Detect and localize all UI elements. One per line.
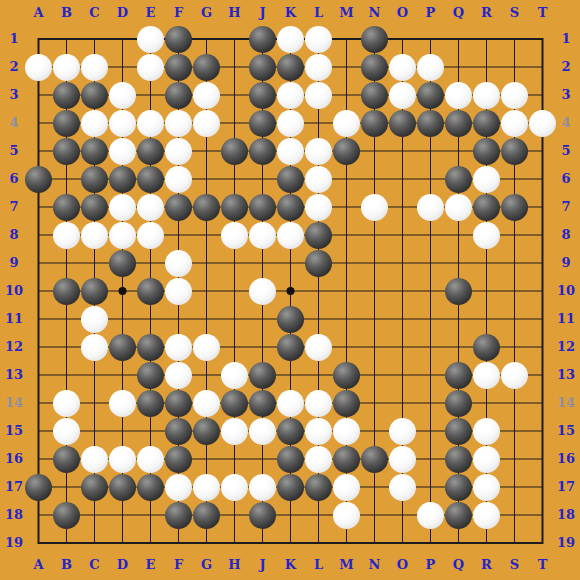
intersection-H12[interactable] <box>221 333 249 361</box>
intersection-R19[interactable] <box>473 529 501 557</box>
intersection-J3[interactable] <box>249 81 277 109</box>
intersection-L11[interactable] <box>305 305 333 333</box>
intersection-N8[interactable] <box>361 221 389 249</box>
intersection-F11[interactable] <box>165 305 193 333</box>
intersection-F2[interactable] <box>165 53 193 81</box>
intersection-A9[interactable] <box>25 249 53 277</box>
intersection-M1[interactable] <box>333 25 361 53</box>
intersection-R11[interactable] <box>473 305 501 333</box>
intersection-E5[interactable] <box>137 137 165 165</box>
intersection-E16[interactable] <box>137 445 165 473</box>
intersection-T1[interactable] <box>529 25 557 53</box>
intersection-Q17[interactable] <box>445 473 473 501</box>
intersection-G15[interactable] <box>193 417 221 445</box>
intersection-J9[interactable] <box>249 249 277 277</box>
intersection-D8[interactable] <box>109 221 137 249</box>
intersection-M19[interactable] <box>333 529 361 557</box>
intersection-B15[interactable] <box>53 417 81 445</box>
intersection-R5[interactable] <box>473 137 501 165</box>
intersection-P3[interactable] <box>417 81 445 109</box>
intersection-M11[interactable] <box>333 305 361 333</box>
intersection-Q19[interactable] <box>445 529 473 557</box>
intersection-A17[interactable] <box>25 473 53 501</box>
intersection-D5[interactable] <box>109 137 137 165</box>
intersection-E13[interactable] <box>137 361 165 389</box>
intersection-G2[interactable] <box>193 53 221 81</box>
intersection-F12[interactable] <box>165 333 193 361</box>
intersection-A2[interactable] <box>25 53 53 81</box>
intersection-L15[interactable] <box>305 417 333 445</box>
intersection-O16[interactable] <box>389 445 417 473</box>
intersection-K1[interactable] <box>277 25 305 53</box>
intersection-A5[interactable] <box>25 137 53 165</box>
intersection-D11[interactable] <box>109 305 137 333</box>
intersection-H11[interactable] <box>221 305 249 333</box>
intersection-T12[interactable] <box>529 333 557 361</box>
intersection-L9[interactable] <box>305 249 333 277</box>
intersection-S1[interactable] <box>501 25 529 53</box>
intersection-M14[interactable] <box>333 389 361 417</box>
intersection-J14[interactable] <box>249 389 277 417</box>
intersection-F3[interactable] <box>165 81 193 109</box>
intersection-J12[interactable] <box>249 333 277 361</box>
intersection-T18[interactable] <box>529 501 557 529</box>
intersection-M12[interactable] <box>333 333 361 361</box>
intersection-C13[interactable] <box>81 361 109 389</box>
intersection-K13[interactable] <box>277 361 305 389</box>
intersection-P7[interactable] <box>417 193 445 221</box>
intersection-J2[interactable] <box>249 53 277 81</box>
intersection-T10[interactable] <box>529 277 557 305</box>
intersection-E2[interactable] <box>137 53 165 81</box>
intersection-R1[interactable] <box>473 25 501 53</box>
intersection-A7[interactable] <box>25 193 53 221</box>
intersection-K5[interactable] <box>277 137 305 165</box>
intersection-S15[interactable] <box>501 417 529 445</box>
intersection-R10[interactable] <box>473 277 501 305</box>
intersection-J8[interactable] <box>249 221 277 249</box>
intersection-F19[interactable] <box>165 529 193 557</box>
intersection-B7[interactable] <box>53 193 81 221</box>
intersection-N10[interactable] <box>361 277 389 305</box>
intersection-Q15[interactable] <box>445 417 473 445</box>
intersection-H9[interactable] <box>221 249 249 277</box>
intersection-E11[interactable] <box>137 305 165 333</box>
intersection-G3[interactable] <box>193 81 221 109</box>
intersection-B9[interactable] <box>53 249 81 277</box>
intersection-O5[interactable] <box>389 137 417 165</box>
intersection-R12[interactable] <box>473 333 501 361</box>
intersection-E9[interactable] <box>137 249 165 277</box>
intersection-E6[interactable] <box>137 165 165 193</box>
intersection-B5[interactable] <box>53 137 81 165</box>
intersection-Q5[interactable] <box>445 137 473 165</box>
intersection-K2[interactable] <box>277 53 305 81</box>
intersection-D9[interactable] <box>109 249 137 277</box>
intersection-M16[interactable] <box>333 445 361 473</box>
intersection-N3[interactable] <box>361 81 389 109</box>
intersection-L8[interactable] <box>305 221 333 249</box>
intersection-P16[interactable] <box>417 445 445 473</box>
intersection-K6[interactable] <box>277 165 305 193</box>
intersection-R7[interactable] <box>473 193 501 221</box>
intersection-A1[interactable] <box>25 25 53 53</box>
intersection-K7[interactable] <box>277 193 305 221</box>
intersection-P18[interactable] <box>417 501 445 529</box>
intersection-L5[interactable] <box>305 137 333 165</box>
intersection-H13[interactable] <box>221 361 249 389</box>
intersection-O15[interactable] <box>389 417 417 445</box>
intersection-G19[interactable] <box>193 529 221 557</box>
intersection-C2[interactable] <box>81 53 109 81</box>
intersection-J1[interactable] <box>249 25 277 53</box>
intersection-J10[interactable] <box>249 277 277 305</box>
intersection-B6[interactable] <box>53 165 81 193</box>
intersection-G17[interactable] <box>193 473 221 501</box>
intersection-J11[interactable] <box>249 305 277 333</box>
intersection-A8[interactable] <box>25 221 53 249</box>
intersection-F16[interactable] <box>165 445 193 473</box>
intersection-J7[interactable] <box>249 193 277 221</box>
intersection-A19[interactable] <box>25 529 53 557</box>
intersection-P19[interactable] <box>417 529 445 557</box>
intersection-G5[interactable] <box>193 137 221 165</box>
intersection-J17[interactable] <box>249 473 277 501</box>
intersection-P8[interactable] <box>417 221 445 249</box>
intersection-L2[interactable] <box>305 53 333 81</box>
intersection-A3[interactable] <box>25 81 53 109</box>
intersection-C18[interactable] <box>81 501 109 529</box>
intersection-E17[interactable] <box>137 473 165 501</box>
intersection-T4[interactable] <box>529 109 557 137</box>
intersection-F8[interactable] <box>165 221 193 249</box>
intersection-R6[interactable] <box>473 165 501 193</box>
intersection-N13[interactable] <box>361 361 389 389</box>
intersection-M3[interactable] <box>333 81 361 109</box>
intersection-M18[interactable] <box>333 501 361 529</box>
intersection-O8[interactable] <box>389 221 417 249</box>
intersection-B19[interactable] <box>53 529 81 557</box>
intersection-L13[interactable] <box>305 361 333 389</box>
intersection-S3[interactable] <box>501 81 529 109</box>
intersection-L10[interactable] <box>305 277 333 305</box>
intersection-J15[interactable] <box>249 417 277 445</box>
intersection-P5[interactable] <box>417 137 445 165</box>
intersection-M10[interactable] <box>333 277 361 305</box>
intersection-H15[interactable] <box>221 417 249 445</box>
intersection-N2[interactable] <box>361 53 389 81</box>
intersection-E19[interactable] <box>137 529 165 557</box>
intersection-O19[interactable] <box>389 529 417 557</box>
intersection-N19[interactable] <box>361 529 389 557</box>
intersection-O6[interactable] <box>389 165 417 193</box>
intersection-B14[interactable] <box>53 389 81 417</box>
intersection-N6[interactable] <box>361 165 389 193</box>
intersection-C5[interactable] <box>81 137 109 165</box>
intersection-F7[interactable] <box>165 193 193 221</box>
intersection-K15[interactable] <box>277 417 305 445</box>
intersection-G4[interactable] <box>193 109 221 137</box>
intersection-Q9[interactable] <box>445 249 473 277</box>
intersection-A13[interactable] <box>25 361 53 389</box>
intersection-F15[interactable] <box>165 417 193 445</box>
intersection-T14[interactable] <box>529 389 557 417</box>
intersection-B3[interactable] <box>53 81 81 109</box>
intersection-P15[interactable] <box>417 417 445 445</box>
intersection-K9[interactable] <box>277 249 305 277</box>
intersection-R14[interactable] <box>473 389 501 417</box>
intersection-F9[interactable] <box>165 249 193 277</box>
intersection-Q10[interactable] <box>445 277 473 305</box>
intersection-J13[interactable] <box>249 361 277 389</box>
intersection-M15[interactable] <box>333 417 361 445</box>
intersection-P10[interactable] <box>417 277 445 305</box>
intersection-Q1[interactable] <box>445 25 473 53</box>
intersection-K4[interactable] <box>277 109 305 137</box>
intersection-N5[interactable] <box>361 137 389 165</box>
intersection-T19[interactable] <box>529 529 557 557</box>
intersection-E8[interactable] <box>137 221 165 249</box>
intersection-H3[interactable] <box>221 81 249 109</box>
intersection-P17[interactable] <box>417 473 445 501</box>
intersection-A15[interactable] <box>25 417 53 445</box>
intersection-D19[interactable] <box>109 529 137 557</box>
intersection-T11[interactable] <box>529 305 557 333</box>
intersection-H6[interactable] <box>221 165 249 193</box>
intersection-E7[interactable] <box>137 193 165 221</box>
intersection-K3[interactable] <box>277 81 305 109</box>
intersection-E15[interactable] <box>137 417 165 445</box>
intersection-G9[interactable] <box>193 249 221 277</box>
intersection-A14[interactable] <box>25 389 53 417</box>
intersection-O11[interactable] <box>389 305 417 333</box>
intersection-O13[interactable] <box>389 361 417 389</box>
intersection-J16[interactable] <box>249 445 277 473</box>
intersection-Q14[interactable] <box>445 389 473 417</box>
intersection-M8[interactable] <box>333 221 361 249</box>
intersection-B2[interactable] <box>53 53 81 81</box>
intersection-L19[interactable] <box>305 529 333 557</box>
intersection-C10[interactable] <box>81 277 109 305</box>
intersection-F1[interactable] <box>165 25 193 53</box>
intersection-D3[interactable] <box>109 81 137 109</box>
intersection-R17[interactable] <box>473 473 501 501</box>
intersection-C17[interactable] <box>81 473 109 501</box>
intersection-A16[interactable] <box>25 445 53 473</box>
intersection-B8[interactable] <box>53 221 81 249</box>
intersection-D16[interactable] <box>109 445 137 473</box>
intersection-C4[interactable] <box>81 109 109 137</box>
intersection-K10[interactable] <box>277 277 305 305</box>
intersection-L17[interactable] <box>305 473 333 501</box>
intersection-C15[interactable] <box>81 417 109 445</box>
intersection-P4[interactable] <box>417 109 445 137</box>
intersection-B12[interactable] <box>53 333 81 361</box>
intersection-F18[interactable] <box>165 501 193 529</box>
intersection-B1[interactable] <box>53 25 81 53</box>
intersection-H19[interactable] <box>221 529 249 557</box>
intersection-N18[interactable] <box>361 501 389 529</box>
intersection-T9[interactable] <box>529 249 557 277</box>
intersection-K8[interactable] <box>277 221 305 249</box>
intersection-T13[interactable] <box>529 361 557 389</box>
intersection-B10[interactable] <box>53 277 81 305</box>
intersection-N14[interactable] <box>361 389 389 417</box>
intersection-R4[interactable] <box>473 109 501 137</box>
intersection-H4[interactable] <box>221 109 249 137</box>
intersection-G7[interactable] <box>193 193 221 221</box>
intersection-K18[interactable] <box>277 501 305 529</box>
intersection-N12[interactable] <box>361 333 389 361</box>
intersection-S16[interactable] <box>501 445 529 473</box>
intersection-T7[interactable] <box>529 193 557 221</box>
intersection-P14[interactable] <box>417 389 445 417</box>
intersection-G18[interactable] <box>193 501 221 529</box>
intersection-N9[interactable] <box>361 249 389 277</box>
intersection-K14[interactable] <box>277 389 305 417</box>
intersection-O18[interactable] <box>389 501 417 529</box>
intersection-D6[interactable] <box>109 165 137 193</box>
intersection-D17[interactable] <box>109 473 137 501</box>
intersection-N11[interactable] <box>361 305 389 333</box>
intersection-E3[interactable] <box>137 81 165 109</box>
intersection-P9[interactable] <box>417 249 445 277</box>
intersection-M5[interactable] <box>333 137 361 165</box>
intersection-T2[interactable] <box>529 53 557 81</box>
intersection-A6[interactable] <box>25 165 53 193</box>
intersection-A10[interactable] <box>25 277 53 305</box>
intersection-P13[interactable] <box>417 361 445 389</box>
intersection-B18[interactable] <box>53 501 81 529</box>
intersection-O1[interactable] <box>389 25 417 53</box>
intersection-C8[interactable] <box>81 221 109 249</box>
intersection-E4[interactable] <box>137 109 165 137</box>
intersection-Q4[interactable] <box>445 109 473 137</box>
intersection-Q7[interactable] <box>445 193 473 221</box>
intersection-K17[interactable] <box>277 473 305 501</box>
intersection-O12[interactable] <box>389 333 417 361</box>
intersection-J18[interactable] <box>249 501 277 529</box>
intersection-C16[interactable] <box>81 445 109 473</box>
intersection-O7[interactable] <box>389 193 417 221</box>
intersection-H16[interactable] <box>221 445 249 473</box>
intersection-S12[interactable] <box>501 333 529 361</box>
intersection-L16[interactable] <box>305 445 333 473</box>
intersection-P6[interactable] <box>417 165 445 193</box>
intersection-L7[interactable] <box>305 193 333 221</box>
intersection-F5[interactable] <box>165 137 193 165</box>
intersection-A18[interactable] <box>25 501 53 529</box>
intersection-M2[interactable] <box>333 53 361 81</box>
intersection-O4[interactable] <box>389 109 417 137</box>
intersection-R15[interactable] <box>473 417 501 445</box>
intersection-H1[interactable] <box>221 25 249 53</box>
intersection-O14[interactable] <box>389 389 417 417</box>
intersection-S10[interactable] <box>501 277 529 305</box>
intersection-D14[interactable] <box>109 389 137 417</box>
intersection-K12[interactable] <box>277 333 305 361</box>
intersection-C14[interactable] <box>81 389 109 417</box>
intersection-R3[interactable] <box>473 81 501 109</box>
intersection-J4[interactable] <box>249 109 277 137</box>
intersection-F6[interactable] <box>165 165 193 193</box>
intersection-D18[interactable] <box>109 501 137 529</box>
intersection-S19[interactable] <box>501 529 529 557</box>
intersection-D10[interactable] <box>109 277 137 305</box>
intersection-Q13[interactable] <box>445 361 473 389</box>
intersection-H18[interactable] <box>221 501 249 529</box>
intersection-R16[interactable] <box>473 445 501 473</box>
intersection-D2[interactable] <box>109 53 137 81</box>
intersection-G1[interactable] <box>193 25 221 53</box>
intersection-Q2[interactable] <box>445 53 473 81</box>
intersection-K11[interactable] <box>277 305 305 333</box>
intersection-R9[interactable] <box>473 249 501 277</box>
intersection-E12[interactable] <box>137 333 165 361</box>
intersection-N1[interactable] <box>361 25 389 53</box>
intersection-Q3[interactable] <box>445 81 473 109</box>
intersection-C9[interactable] <box>81 249 109 277</box>
intersection-R18[interactable] <box>473 501 501 529</box>
intersection-G12[interactable] <box>193 333 221 361</box>
intersection-S13[interactable] <box>501 361 529 389</box>
intersection-F13[interactable] <box>165 361 193 389</box>
intersection-H7[interactable] <box>221 193 249 221</box>
intersection-O9[interactable] <box>389 249 417 277</box>
intersection-L1[interactable] <box>305 25 333 53</box>
intersection-O3[interactable] <box>389 81 417 109</box>
intersection-Q8[interactable] <box>445 221 473 249</box>
intersection-H14[interactable] <box>221 389 249 417</box>
intersection-K16[interactable] <box>277 445 305 473</box>
intersection-O17[interactable] <box>389 473 417 501</box>
intersection-S8[interactable] <box>501 221 529 249</box>
intersection-L3[interactable] <box>305 81 333 109</box>
intersection-S6[interactable] <box>501 165 529 193</box>
intersection-L4[interactable] <box>305 109 333 137</box>
intersection-Q6[interactable] <box>445 165 473 193</box>
intersection-J6[interactable] <box>249 165 277 193</box>
intersection-T15[interactable] <box>529 417 557 445</box>
intersection-T17[interactable] <box>529 473 557 501</box>
intersection-S14[interactable] <box>501 389 529 417</box>
intersection-T6[interactable] <box>529 165 557 193</box>
intersection-B11[interactable] <box>53 305 81 333</box>
intersection-E1[interactable] <box>137 25 165 53</box>
intersection-L12[interactable] <box>305 333 333 361</box>
intersection-S5[interactable] <box>501 137 529 165</box>
intersection-S11[interactable] <box>501 305 529 333</box>
intersection-C1[interactable] <box>81 25 109 53</box>
intersection-T3[interactable] <box>529 81 557 109</box>
intersection-C11[interactable] <box>81 305 109 333</box>
intersection-P1[interactable] <box>417 25 445 53</box>
intersection-D7[interactable] <box>109 193 137 221</box>
intersection-G16[interactable] <box>193 445 221 473</box>
intersection-S18[interactable] <box>501 501 529 529</box>
intersection-D4[interactable] <box>109 109 137 137</box>
intersection-J19[interactable] <box>249 529 277 557</box>
intersection-H10[interactable] <box>221 277 249 305</box>
intersection-R2[interactable] <box>473 53 501 81</box>
intersection-P2[interactable] <box>417 53 445 81</box>
intersection-G14[interactable] <box>193 389 221 417</box>
intersection-O2[interactable] <box>389 53 417 81</box>
intersection-N15[interactable] <box>361 417 389 445</box>
intersection-S17[interactable] <box>501 473 529 501</box>
intersection-H5[interactable] <box>221 137 249 165</box>
intersection-H17[interactable] <box>221 473 249 501</box>
